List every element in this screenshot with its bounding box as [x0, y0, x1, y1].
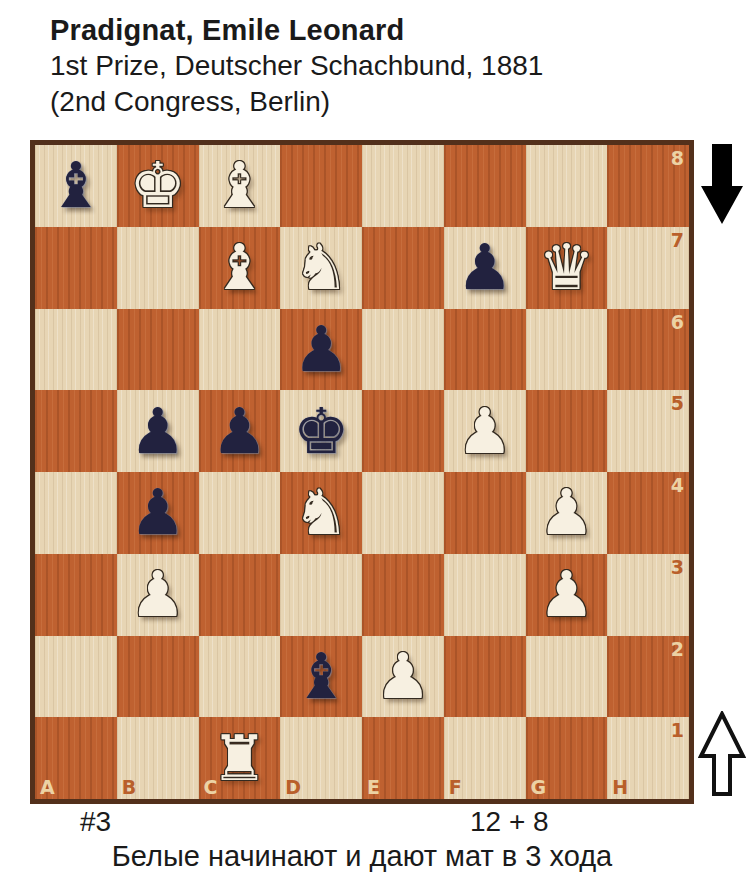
rank-label-1: 1	[671, 719, 684, 741]
square-a3	[35, 554, 117, 636]
square-h4: 4	[607, 472, 689, 554]
square-e5	[362, 390, 444, 472]
square-e4	[362, 472, 444, 554]
square-d4: ♞	[280, 472, 362, 554]
square-d8	[280, 145, 362, 227]
rank-label-3: 3	[671, 556, 684, 578]
square-c5: ♟	[199, 390, 281, 472]
square-g5	[526, 390, 608, 472]
square-h5: 5	[607, 390, 689, 472]
piece-white-knight: ♞	[280, 472, 362, 554]
square-f5: ♟	[444, 390, 526, 472]
rank-label-5: 5	[671, 392, 684, 414]
square-a4	[35, 472, 117, 554]
square-b8: ♚	[117, 145, 199, 227]
congress-line: (2nd Congress, Berlin)	[50, 84, 543, 120]
square-d6: ♟	[280, 309, 362, 391]
square-g3: ♟	[526, 554, 608, 636]
square-h8: 8	[607, 145, 689, 227]
file-label-f: F	[449, 776, 462, 798]
file-label-d: D	[285, 776, 301, 798]
material-count-label: 12 + 8	[470, 806, 549, 838]
square-e2: ♟	[362, 636, 444, 718]
square-c3	[199, 554, 281, 636]
piece-black-bishop: ♝	[280, 636, 362, 718]
square-g2	[526, 636, 608, 718]
rank-label-2: 2	[671, 638, 684, 660]
square-g1: G	[526, 717, 608, 799]
piece-black-pawn: ♟	[117, 472, 199, 554]
square-d1: D	[280, 717, 362, 799]
square-b5: ♟	[117, 390, 199, 472]
square-f2	[444, 636, 526, 718]
piece-black-pawn: ♟	[199, 390, 281, 472]
square-d3	[280, 554, 362, 636]
piece-white-king: ♚	[117, 145, 199, 227]
square-e6	[362, 309, 444, 391]
square-h1: 1H	[607, 717, 689, 799]
piece-black-pawn: ♟	[280, 309, 362, 391]
file-label-a: A	[40, 776, 55, 798]
square-b7	[117, 227, 199, 309]
rank-label-8: 8	[671, 147, 684, 169]
piece-white-pawn: ♟	[444, 390, 526, 472]
square-h3: 3	[607, 554, 689, 636]
square-f3	[444, 554, 526, 636]
square-a7	[35, 227, 117, 309]
file-label-g: G	[531, 776, 547, 798]
composer-name: Pradignat, Emile Leonard	[50, 12, 543, 48]
square-b3: ♟	[117, 554, 199, 636]
square-f4	[444, 472, 526, 554]
square-b2	[117, 636, 199, 718]
piece-white-rook: ♜	[199, 717, 281, 799]
prize-line: 1st Prize, Deutscher Schachbund, 1881	[50, 48, 543, 84]
square-c1: C♜	[199, 717, 281, 799]
piece-black-pawn: ♟	[444, 227, 526, 309]
square-d7: ♞	[280, 227, 362, 309]
square-a2	[35, 636, 117, 718]
file-label-h: H	[612, 776, 628, 798]
rank-label-4: 4	[671, 474, 684, 496]
square-b1: B	[117, 717, 199, 799]
square-h7: 7	[607, 227, 689, 309]
square-e7	[362, 227, 444, 309]
square-h6: 6	[607, 309, 689, 391]
piece-white-bishop: ♝	[199, 145, 281, 227]
square-e1: E	[362, 717, 444, 799]
black-moves-down-arrow-icon	[701, 144, 743, 224]
square-a5	[35, 390, 117, 472]
piece-black-bishop: ♝	[35, 145, 117, 227]
piece-white-knight: ♞	[280, 227, 362, 309]
square-h2: 2	[607, 636, 689, 718]
piece-black-pawn: ♟	[117, 390, 199, 472]
square-e3	[362, 554, 444, 636]
piece-black-king: ♚	[280, 390, 362, 472]
square-b4: ♟	[117, 472, 199, 554]
square-a6	[35, 309, 117, 391]
square-c7: ♝	[199, 227, 281, 309]
square-g8	[526, 145, 608, 227]
square-g7: ♛	[526, 227, 608, 309]
square-c8: ♝	[199, 145, 281, 227]
caption-text: Белые начинают и дают мат в 3 хода	[30, 840, 694, 873]
piece-white-queen: ♛	[526, 227, 608, 309]
white-moves-up-arrow-icon	[698, 711, 746, 797]
chess-board-frame: ♝♚♝8♝♞♟♛7♟6♟♟♚♟5♟♞♟4♟♟3♝♟2ABC♜DEFG1H	[30, 140, 694, 804]
square-f8	[444, 145, 526, 227]
square-c4	[199, 472, 281, 554]
stipulation-label: #3	[80, 806, 111, 838]
square-f6	[444, 309, 526, 391]
problem-header: Pradignat, Emile Leonard 1st Prize, Deut…	[50, 12, 543, 120]
square-g6	[526, 309, 608, 391]
square-b6	[117, 309, 199, 391]
rank-label-6: 6	[671, 311, 684, 333]
square-d5: ♚	[280, 390, 362, 472]
piece-white-pawn: ♟	[362, 636, 444, 718]
square-a1: A	[35, 717, 117, 799]
rank-label-7: 7	[671, 229, 684, 251]
square-f1: F	[444, 717, 526, 799]
piece-white-pawn: ♟	[526, 554, 608, 636]
square-e8	[362, 145, 444, 227]
piece-white-bishop: ♝	[199, 227, 281, 309]
square-d2: ♝	[280, 636, 362, 718]
chess-board: ♝♚♝8♝♞♟♛7♟6♟♟♚♟5♟♞♟4♟♟3♝♟2ABC♜DEFG1H	[35, 145, 689, 799]
file-label-e: E	[367, 776, 380, 798]
square-g4: ♟	[526, 472, 608, 554]
piece-white-pawn: ♟	[526, 472, 608, 554]
piece-white-pawn: ♟	[117, 554, 199, 636]
square-f7: ♟	[444, 227, 526, 309]
file-label-b: B	[122, 776, 136, 798]
square-a8: ♝	[35, 145, 117, 227]
square-c2	[199, 636, 281, 718]
square-c6	[199, 309, 281, 391]
